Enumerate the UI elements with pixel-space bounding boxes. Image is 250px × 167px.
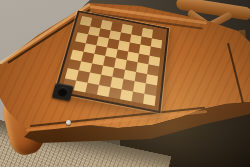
scene-photo: [0, 0, 250, 167]
square-h1: [143, 93, 156, 106]
drawer-knob: [66, 120, 71, 125]
chess-board: [62, 16, 163, 106]
knob-finger-hole-icon: [57, 86, 69, 97]
board-lift-knob: [52, 83, 74, 101]
